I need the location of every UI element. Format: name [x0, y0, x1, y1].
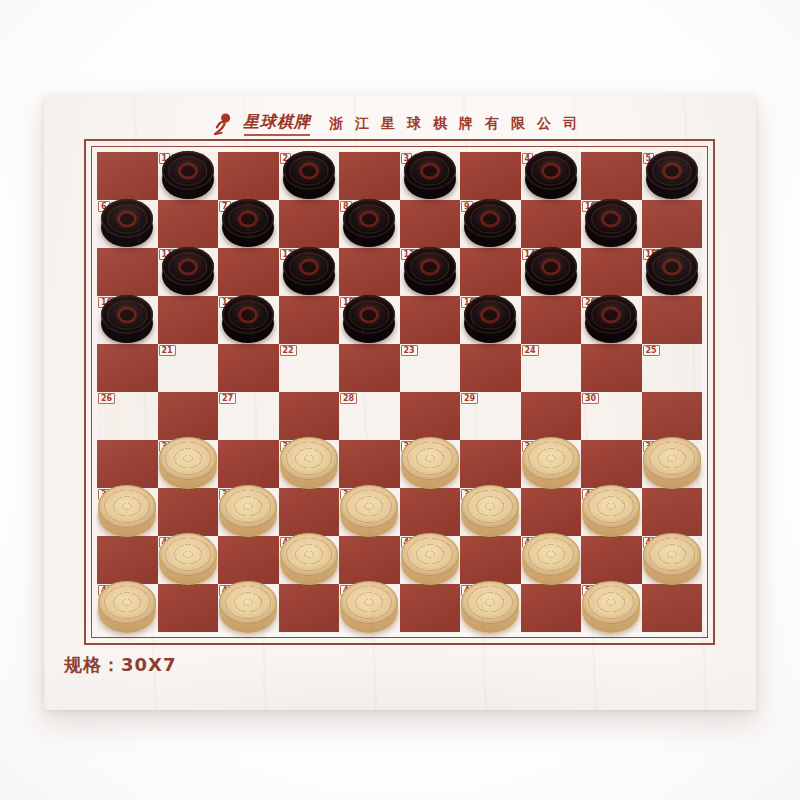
square-number: 26	[98, 393, 115, 404]
square-nonplayable	[581, 536, 642, 584]
square-nonplayable	[400, 488, 461, 536]
light-piece[interactable]: ⛀	[401, 533, 459, 585]
square-2[interactable]: 2⛂	[279, 152, 340, 200]
square-nonplayable	[400, 200, 461, 248]
square-nonplayable	[158, 584, 219, 632]
dark-piece[interactable]: ⛂	[283, 247, 335, 295]
square-nonplayable	[581, 344, 642, 392]
square-nonplayable	[339, 248, 400, 296]
square-nonplayable	[97, 440, 158, 488]
square-nonplayable	[581, 152, 642, 200]
dark-piece[interactable]: ⛂	[101, 295, 153, 343]
square-nonplayable	[521, 296, 582, 344]
brand-logo-icon	[211, 111, 237, 137]
square-nonplayable	[218, 344, 279, 392]
board-grid: 1⛂2⛂3⛂4⛂5⛂6⛂7⛂8⛂9⛂10⛂11⛂12⛂13⛂14⛂15⛂16⛂1…	[97, 152, 702, 632]
light-piece[interactable]: ⛀	[643, 533, 701, 585]
dark-piece[interactable]: ⛂	[162, 247, 214, 295]
square-18[interactable]: 18⛂	[339, 296, 400, 344]
square-nonplayable	[521, 392, 582, 440]
square-27[interactable]: 27	[218, 392, 279, 440]
square-nonplayable	[521, 584, 582, 632]
square-nonplayable	[279, 392, 340, 440]
square-nonplayable	[218, 248, 279, 296]
square-nonplayable	[642, 200, 703, 248]
square-nonplayable	[97, 248, 158, 296]
board-frame-outer: 1⛂2⛂3⛂4⛂5⛂6⛂7⛂8⛂9⛂10⛂11⛂12⛂13⛂14⛂15⛂16⛂1…	[84, 139, 715, 645]
square-42[interactable]: 42⛀	[279, 536, 340, 584]
square-29[interactable]: 29	[460, 392, 521, 440]
light-piece[interactable]: ⛀	[219, 581, 277, 633]
light-piece[interactable]: ⛀	[98, 581, 156, 633]
square-nonplayable	[400, 392, 461, 440]
square-36[interactable]: 36⛀	[97, 488, 158, 536]
square-nonplayable	[279, 488, 340, 536]
square-nonplayable	[642, 296, 703, 344]
square-34[interactable]: 34⛀	[521, 440, 582, 488]
square-17[interactable]: 17⛂	[218, 296, 279, 344]
dark-piece[interactable]: ⛂	[464, 199, 516, 247]
product-photo-stage: 星球棋牌 浙江星球棋牌有限公司 1⛂2⛂3⛂4⛂5⛂6⛂7⛂8⛂9⛂10⛂11⛂…	[0, 0, 800, 800]
dark-piece[interactable]: ⛂	[162, 151, 214, 199]
square-nonplayable	[218, 152, 279, 200]
square-24[interactable]: 24	[521, 344, 582, 392]
square-10[interactable]: 10⛂	[581, 200, 642, 248]
brand-name: 星球棋牌	[243, 112, 311, 133]
square-39[interactable]: 39⛀	[460, 488, 521, 536]
dark-piece[interactable]: ⛂	[404, 151, 456, 199]
light-piece[interactable]: ⛀	[461, 485, 519, 537]
square-32[interactable]: 32⛀	[279, 440, 340, 488]
light-piece[interactable]: ⛀	[219, 485, 277, 537]
square-9[interactable]: 9⛂	[460, 200, 521, 248]
square-6[interactable]: 6⛂	[97, 200, 158, 248]
square-nonplayable	[460, 536, 521, 584]
dark-piece[interactable]: ⛂	[585, 199, 637, 247]
square-number: 22	[280, 345, 297, 356]
square-30[interactable]: 30	[581, 392, 642, 440]
square-22[interactable]: 22	[279, 344, 340, 392]
dark-piece[interactable]: ⛂	[101, 199, 153, 247]
square-nonplayable	[581, 440, 642, 488]
square-43[interactable]: 43⛀	[400, 536, 461, 584]
square-nonplayable	[158, 488, 219, 536]
square-nonplayable	[339, 440, 400, 488]
square-45[interactable]: 45⛀	[642, 536, 703, 584]
square-nonplayable	[279, 200, 340, 248]
square-50[interactable]: 50⛀	[581, 584, 642, 632]
light-piece[interactable]: ⛀	[401, 437, 459, 489]
square-31[interactable]: 31⛀	[158, 440, 219, 488]
dark-piece[interactable]: ⛂	[343, 199, 395, 247]
square-19[interactable]: 19⛂	[460, 296, 521, 344]
square-nonplayable	[158, 200, 219, 248]
square-number: 30	[582, 393, 599, 404]
square-49[interactable]: 49⛀	[460, 584, 521, 632]
square-28[interactable]: 28	[339, 392, 400, 440]
square-nonplayable	[460, 344, 521, 392]
light-piece[interactable]: ⛀	[340, 485, 398, 537]
square-14[interactable]: 14⛂	[521, 248, 582, 296]
dark-piece[interactable]: ⛂	[222, 199, 274, 247]
light-piece[interactable]: ⛀	[159, 533, 217, 585]
brand-underline	[244, 134, 310, 136]
square-7[interactable]: 7⛂	[218, 200, 279, 248]
square-23[interactable]: 23	[400, 344, 461, 392]
light-piece[interactable]: ⛀	[159, 437, 217, 489]
square-nonplayable	[97, 344, 158, 392]
square-4[interactable]: 4⛂	[521, 152, 582, 200]
brand-block: 星球棋牌	[211, 111, 311, 137]
square-number: 27	[219, 393, 236, 404]
mat-header: 星球棋牌 浙江星球棋牌有限公司	[44, 111, 756, 137]
square-nonplayable	[158, 392, 219, 440]
square-21[interactable]: 21	[158, 344, 219, 392]
square-nonplayable	[218, 440, 279, 488]
square-nonplayable	[339, 344, 400, 392]
square-48[interactable]: 48⛀	[339, 584, 400, 632]
dark-piece[interactable]: ⛂	[525, 247, 577, 295]
dark-piece[interactable]: ⛂	[222, 295, 274, 343]
square-nonplayable	[279, 584, 340, 632]
square-nonplayable	[521, 200, 582, 248]
square-38[interactable]: 38⛀	[339, 488, 400, 536]
square-nonplayable	[460, 248, 521, 296]
light-piece[interactable]: ⛀	[98, 485, 156, 537]
draughts-mat: 星球棋牌 浙江星球棋牌有限公司 1⛂2⛂3⛂4⛂5⛂6⛂7⛂8⛂9⛂10⛂11⛂…	[44, 95, 756, 710]
square-number: 25	[643, 345, 660, 356]
square-44[interactable]: 44⛀	[521, 536, 582, 584]
square-nonplayable	[97, 536, 158, 584]
square-nonplayable	[339, 152, 400, 200]
light-piece[interactable]: ⛀	[280, 533, 338, 585]
dark-piece[interactable]: ⛂	[585, 295, 637, 343]
square-35[interactable]: 35⛀	[642, 440, 703, 488]
square-16[interactable]: 16⛂	[97, 296, 158, 344]
square-number: 21	[159, 345, 176, 356]
square-13[interactable]: 13⛂	[400, 248, 461, 296]
dark-piece[interactable]: ⛂	[343, 295, 395, 343]
dark-piece[interactable]: ⛂	[646, 247, 698, 295]
square-nonplayable	[400, 296, 461, 344]
board-frame-inner: 1⛂2⛂3⛂4⛂5⛂6⛂7⛂8⛂9⛂10⛂11⛂12⛂13⛂14⛂15⛂16⛂1…	[91, 146, 708, 638]
square-nonplayable	[642, 392, 703, 440]
square-46[interactable]: 46⛀	[97, 584, 158, 632]
square-37[interactable]: 37⛀	[218, 488, 279, 536]
square-5[interactable]: 5⛂	[642, 152, 703, 200]
square-15[interactable]: 15⛂	[642, 248, 703, 296]
square-nonplayable	[339, 536, 400, 584]
square-3[interactable]: 3⛂	[400, 152, 461, 200]
light-piece[interactable]: ⛀	[582, 485, 640, 537]
square-number: 29	[461, 393, 478, 404]
square-nonplayable	[158, 296, 219, 344]
light-piece[interactable]: ⛀	[340, 581, 398, 633]
dark-piece[interactable]: ⛂	[283, 151, 335, 199]
square-20[interactable]: 20⛂	[581, 296, 642, 344]
light-piece[interactable]: ⛀	[461, 581, 519, 633]
square-41[interactable]: 41⛀	[158, 536, 219, 584]
square-number: 23	[401, 345, 418, 356]
square-nonplayable	[460, 440, 521, 488]
square-25[interactable]: 25	[642, 344, 703, 392]
square-1[interactable]: 1⛂	[158, 152, 219, 200]
dark-piece[interactable]: ⛂	[525, 151, 577, 199]
square-nonplayable	[642, 584, 703, 632]
square-nonplayable	[521, 488, 582, 536]
square-number: 28	[340, 393, 357, 404]
square-nonplayable	[581, 248, 642, 296]
square-47[interactable]: 47⛀	[218, 584, 279, 632]
square-nonplayable	[97, 152, 158, 200]
light-piece[interactable]: ⛀	[522, 437, 580, 489]
dark-piece[interactable]: ⛂	[464, 295, 516, 343]
square-40[interactable]: 40⛀	[581, 488, 642, 536]
square-33[interactable]: 33⛀	[400, 440, 461, 488]
square-12[interactable]: 12⛂	[279, 248, 340, 296]
square-nonplayable	[460, 152, 521, 200]
square-nonplayable	[279, 296, 340, 344]
light-piece[interactable]: ⛀	[522, 533, 580, 585]
square-8[interactable]: 8⛂	[339, 200, 400, 248]
dark-piece[interactable]: ⛂	[646, 151, 698, 199]
dark-piece[interactable]: ⛂	[404, 247, 456, 295]
company-name: 浙江星球棋牌有限公司	[329, 115, 589, 133]
light-piece[interactable]: ⛀	[582, 581, 640, 633]
square-26[interactable]: 26	[97, 392, 158, 440]
spec-label: 规格：30X7	[64, 653, 176, 677]
square-nonplayable	[400, 584, 461, 632]
square-11[interactable]: 11⛂	[158, 248, 219, 296]
light-piece[interactable]: ⛀	[643, 437, 701, 489]
light-piece[interactable]: ⛀	[280, 437, 338, 489]
square-nonplayable	[218, 536, 279, 584]
square-number: 24	[522, 345, 539, 356]
square-nonplayable	[642, 488, 703, 536]
